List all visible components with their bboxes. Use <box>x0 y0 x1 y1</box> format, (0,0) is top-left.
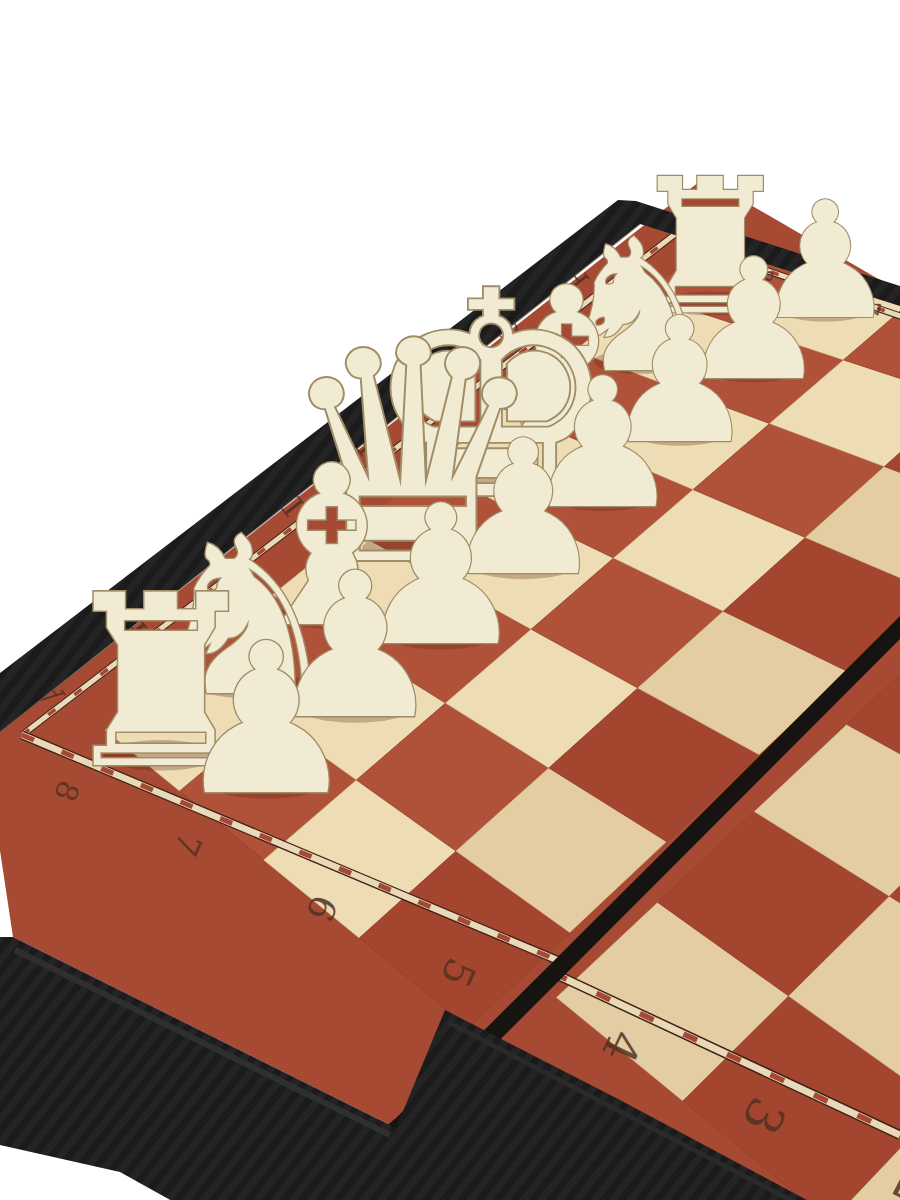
chessboard: ABCDEFGH876543287♜♟♞♟♝♟♚♟♛♟♝♟♞♟♜♟ <box>0 0 900 1200</box>
chess-set-photo: ABCDEFGH876543287♜♟♞♟♝♟♚♟♛♟♝♟♞♟♜♟ <box>0 0 900 1200</box>
piece-white-pawn-a7[interactable]: ♟ <box>173 599 360 841</box>
